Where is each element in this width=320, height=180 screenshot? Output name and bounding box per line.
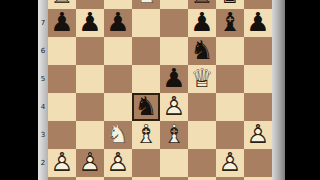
square-e1[interactable]: ♚♔	[160, 177, 188, 180]
square-c4[interactable]	[104, 93, 132, 121]
square-h4[interactable]	[244, 93, 272, 121]
square-d2[interactable]	[132, 149, 160, 177]
piece-white-rook-fill: ♜	[244, 177, 272, 180]
piece-white-bishop-fill: ♝	[160, 121, 188, 149]
square-h3[interactable]: ♟♙	[244, 121, 272, 149]
square-g4[interactable]	[216, 93, 244, 121]
square-a6[interactable]	[48, 37, 76, 65]
square-d5[interactable]	[132, 65, 160, 93]
square-d8[interactable]: ♞♘	[132, 0, 160, 9]
piece-white-pawn-fill: ♟	[76, 149, 104, 177]
rank-label-2: 2	[38, 149, 48, 177]
square-e2[interactable]	[160, 149, 188, 177]
square-a2[interactable]: ♟♙	[48, 149, 76, 177]
square-g8[interactable]: ♚	[216, 0, 244, 9]
piece-white-pawn[interactable]: ♙	[76, 149, 104, 177]
square-c2[interactable]: ♟♙	[104, 149, 132, 177]
square-c6[interactable]	[104, 37, 132, 65]
piece-black-rook[interactable]: ♜	[188, 0, 216, 9]
piece-white-pawn-fill: ♟	[160, 93, 188, 121]
square-f6[interactable]: ♞	[188, 37, 216, 65]
square-f5[interactable]: ♛♕	[188, 65, 216, 93]
piece-white-rook[interactable]: ♖	[48, 177, 76, 180]
piece-white-queen-fill: ♛	[188, 65, 216, 93]
piece-black-knight[interactable]: ♞	[132, 93, 160, 121]
square-b7[interactable]: ♟	[76, 9, 104, 37]
square-e4[interactable]: ♟♙	[160, 93, 188, 121]
piece-white-knight[interactable]: ♘	[104, 121, 132, 149]
square-g7[interactable]: ♝	[216, 9, 244, 37]
square-f3[interactable]	[188, 121, 216, 149]
piece-white-pawn-fill: ♟	[104, 149, 132, 177]
piece-black-pawn[interactable]: ♟	[244, 9, 272, 37]
square-h5[interactable]	[244, 65, 272, 93]
piece-black-pawn[interactable]: ♟	[188, 9, 216, 37]
piece-black-knight[interactable]: ♞	[188, 37, 216, 65]
square-a3[interactable]	[48, 121, 76, 149]
square-e5[interactable]: ♟	[160, 65, 188, 93]
piece-black-bishop[interactable]: ♝	[216, 9, 244, 37]
video-frame: 87654321 ♜♞♘♜♚♟♟♟♟♝♟♞♟♛♕♞♟♙♞♘♝♗♝♗♟♙♟♙♟♙♟…	[0, 0, 320, 180]
piece-black-pawn[interactable]: ♟	[104, 9, 132, 37]
square-b8[interactable]	[76, 0, 104, 9]
piece-white-pawn[interactable]: ♙	[216, 149, 244, 177]
piece-white-bishop[interactable]: ♗	[132, 121, 160, 149]
piece-white-queen[interactable]: ♕	[188, 65, 216, 93]
rank-label-6: 6	[38, 37, 48, 65]
square-e3[interactable]: ♝♗	[160, 121, 188, 149]
piece-black-rook[interactable]: ♜	[48, 0, 76, 9]
square-b3[interactable]	[76, 121, 104, 149]
square-g6[interactable]	[216, 37, 244, 65]
square-g5[interactable]	[216, 65, 244, 93]
square-b2[interactable]: ♟♙	[76, 149, 104, 177]
piece-white-pawn[interactable]: ♙	[244, 121, 272, 149]
piece-white-knight-fill: ♞	[132, 0, 160, 9]
piece-white-pawn[interactable]: ♙	[104, 149, 132, 177]
square-c7[interactable]: ♟	[104, 9, 132, 37]
square-e8[interactable]	[160, 0, 188, 9]
square-b6[interactable]	[76, 37, 104, 65]
square-e6[interactable]	[160, 37, 188, 65]
piece-black-pawn[interactable]: ♟	[160, 65, 188, 93]
square-a8[interactable]: ♜	[48, 0, 76, 9]
piece-white-pawn-fill: ♟	[216, 149, 244, 177]
rank-label-5: 5	[38, 65, 48, 93]
rank-label-1: 1	[38, 177, 48, 180]
square-c1[interactable]	[104, 177, 132, 180]
square-h6[interactable]	[244, 37, 272, 65]
square-h7[interactable]: ♟	[244, 9, 272, 37]
board-right-frame	[272, 0, 285, 180]
piece-white-bishop-fill: ♝	[132, 121, 160, 149]
piece-white-king[interactable]: ♔	[160, 177, 188, 180]
square-d7[interactable]	[132, 9, 160, 37]
square-f1[interactable]	[188, 177, 216, 180]
square-a1[interactable]: ♜♖	[48, 177, 76, 180]
square-g2[interactable]: ♟♙	[216, 149, 244, 177]
square-a7[interactable]: ♟	[48, 9, 76, 37]
piece-white-rook[interactable]: ♖	[244, 177, 272, 180]
square-a4[interactable]	[48, 93, 76, 121]
square-f2[interactable]	[188, 149, 216, 177]
square-b1[interactable]	[76, 177, 104, 180]
piece-white-pawn[interactable]: ♙	[48, 149, 76, 177]
square-h8[interactable]	[244, 0, 272, 9]
chess-board: ♜♞♘♜♚♟♟♟♟♝♟♞♟♛♕♞♟♙♞♘♝♗♝♗♟♙♟♙♟♙♟♙♟♙♜♖♚♔♜♖	[48, 0, 272, 180]
square-g1[interactable]	[216, 177, 244, 180]
square-h1[interactable]: ♜♖	[244, 177, 272, 180]
piece-white-knight-fill: ♞	[104, 121, 132, 149]
square-f4[interactable]	[188, 93, 216, 121]
piece-white-king-fill: ♚	[160, 177, 188, 180]
square-h2[interactable]	[244, 149, 272, 177]
piece-black-pawn[interactable]: ♟	[76, 9, 104, 37]
square-d4[interactable]: ♞	[132, 93, 160, 121]
square-a5[interactable]	[48, 65, 76, 93]
square-d1[interactable]	[132, 177, 160, 180]
square-b5[interactable]	[76, 65, 104, 93]
piece-white-bishop[interactable]: ♗	[160, 121, 188, 149]
rank-label-3: 3	[38, 121, 48, 149]
square-b4[interactable]	[76, 93, 104, 121]
square-g3[interactable]	[216, 121, 244, 149]
square-c8[interactable]	[104, 0, 132, 9]
rank-label-7: 7	[38, 9, 48, 37]
piece-black-pawn[interactable]: ♟	[48, 9, 76, 37]
rank-label-4: 4	[38, 93, 48, 121]
square-e7[interactable]	[160, 9, 188, 37]
piece-white-knight[interactable]: ♘	[132, 0, 160, 9]
piece-black-king[interactable]: ♚	[216, 0, 244, 9]
piece-white-rook-fill: ♜	[48, 177, 76, 180]
rank-label-8: 8	[38, 0, 48, 9]
square-d3[interactable]: ♝♗	[132, 121, 160, 149]
square-c5[interactable]	[104, 65, 132, 93]
piece-white-pawn-fill: ♟	[48, 149, 76, 177]
square-c3[interactable]: ♞♘	[104, 121, 132, 149]
piece-white-pawn-fill: ♟	[244, 121, 272, 149]
square-f8[interactable]: ♜	[188, 0, 216, 9]
square-d6[interactable]	[132, 37, 160, 65]
piece-white-pawn[interactable]: ♙	[160, 93, 188, 121]
square-f7[interactable]: ♟	[188, 9, 216, 37]
